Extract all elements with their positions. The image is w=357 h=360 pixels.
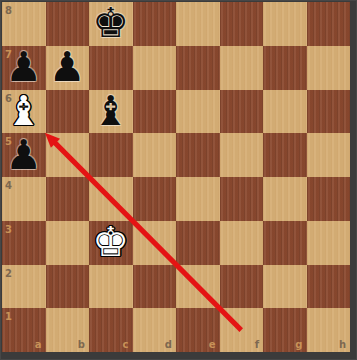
square-a5[interactable]: 5♟	[2, 133, 46, 177]
coord-rank-8: 8	[5, 6, 12, 16]
piece-black-bishop[interactable]: ♝	[89, 90, 133, 134]
square-e3[interactable]	[176, 221, 220, 265]
square-f3[interactable]	[220, 221, 264, 265]
square-e5[interactable]	[176, 133, 220, 177]
square-c7[interactable]	[89, 46, 133, 90]
square-d5[interactable]	[133, 133, 177, 177]
square-d4[interactable]	[133, 177, 177, 221]
piece-black-pawn[interactable]: ♟	[46, 46, 90, 90]
piece-white-king[interactable]: ♚	[89, 221, 133, 265]
square-b5[interactable]	[46, 133, 90, 177]
square-f4[interactable]	[220, 177, 264, 221]
square-a2[interactable]: 2	[2, 265, 46, 309]
chess-board: 8♚7♟♟6♝♝5♟43♚21abcdefgh	[2, 2, 350, 352]
square-c4[interactable]	[89, 177, 133, 221]
square-f8[interactable]	[220, 2, 264, 46]
square-e1[interactable]: e	[176, 308, 220, 352]
square-g1[interactable]: g	[263, 308, 307, 352]
coord-file-a: a	[35, 340, 42, 350]
square-g2[interactable]	[263, 265, 307, 309]
coord-file-b: b	[78, 340, 85, 350]
square-f2[interactable]	[220, 265, 264, 309]
square-d6[interactable]	[133, 90, 177, 134]
square-h6[interactable]	[307, 90, 351, 134]
square-c8[interactable]: ♚	[89, 2, 133, 46]
coord-file-g: g	[295, 340, 302, 350]
square-f5[interactable]	[220, 133, 264, 177]
square-a4[interactable]: 4	[2, 177, 46, 221]
square-d7[interactable]	[133, 46, 177, 90]
coord-file-c: c	[123, 340, 129, 350]
square-d3[interactable]	[133, 221, 177, 265]
coord-file-e: e	[209, 340, 216, 350]
square-g4[interactable]	[263, 177, 307, 221]
square-f7[interactable]	[220, 46, 264, 90]
square-a7[interactable]: 7♟	[2, 46, 46, 90]
square-c2[interactable]	[89, 265, 133, 309]
square-a3[interactable]: 3	[2, 221, 46, 265]
coord-rank-2: 2	[5, 269, 12, 279]
square-e8[interactable]	[176, 2, 220, 46]
piece-black-pawn[interactable]: ♟	[2, 46, 46, 90]
square-d8[interactable]	[133, 2, 177, 46]
square-e7[interactable]	[176, 46, 220, 90]
square-h8[interactable]	[307, 2, 351, 46]
coord-file-d: d	[165, 340, 172, 350]
square-f1[interactable]: f	[220, 308, 264, 352]
square-h3[interactable]	[307, 221, 351, 265]
square-c3[interactable]: ♚	[89, 221, 133, 265]
square-h2[interactable]	[307, 265, 351, 309]
square-b7[interactable]: ♟	[46, 46, 90, 90]
square-g5[interactable]	[263, 133, 307, 177]
coord-file-f: f	[255, 340, 259, 350]
square-e4[interactable]	[176, 177, 220, 221]
square-g7[interactable]	[263, 46, 307, 90]
square-a1[interactable]: 1a	[2, 308, 46, 352]
square-d1[interactable]: d	[133, 308, 177, 352]
square-c1[interactable]: c	[89, 308, 133, 352]
piece-black-king[interactable]: ♚	[89, 2, 133, 46]
piece-black-pawn[interactable]: ♟	[2, 133, 46, 177]
square-e2[interactable]	[176, 265, 220, 309]
square-b8[interactable]	[46, 2, 90, 46]
square-b1[interactable]: b	[46, 308, 90, 352]
square-c6[interactable]: ♝	[89, 90, 133, 134]
square-c5[interactable]	[89, 133, 133, 177]
square-b2[interactable]	[46, 265, 90, 309]
square-g8[interactable]	[263, 2, 307, 46]
square-a8[interactable]: 8	[2, 2, 46, 46]
coord-rank-3: 3	[5, 225, 12, 235]
square-h1[interactable]: h	[307, 308, 351, 352]
square-b4[interactable]	[46, 177, 90, 221]
square-g3[interactable]	[263, 221, 307, 265]
square-f6[interactable]	[220, 90, 264, 134]
coord-rank-1: 1	[5, 312, 12, 322]
square-h7[interactable]	[307, 46, 351, 90]
square-b3[interactable]	[46, 221, 90, 265]
square-h5[interactable]	[307, 133, 351, 177]
square-h4[interactable]	[307, 177, 351, 221]
coord-file-h: h	[339, 340, 346, 350]
piece-white-bishop[interactable]: ♝	[2, 90, 46, 134]
square-b6[interactable]	[46, 90, 90, 134]
square-g6[interactable]	[263, 90, 307, 134]
square-d2[interactable]	[133, 265, 177, 309]
square-a6[interactable]: 6♝	[2, 90, 46, 134]
coord-rank-4: 4	[5, 181, 12, 191]
square-e6[interactable]	[176, 90, 220, 134]
